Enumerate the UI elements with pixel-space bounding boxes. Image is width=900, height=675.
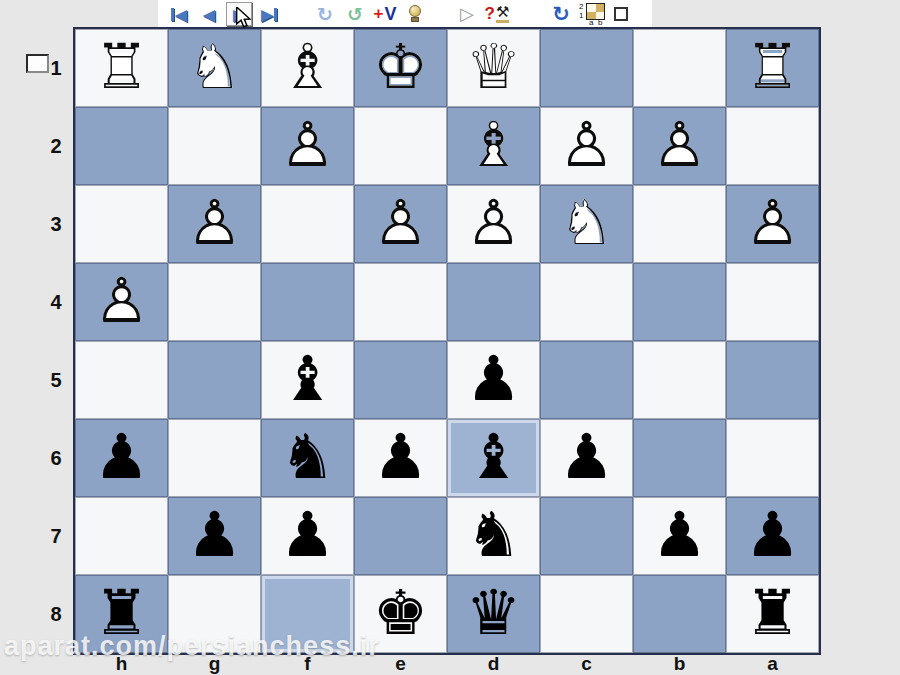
square-d2[interactable]: ♝♗ [447,107,540,185]
go-next-button[interactable]: ▶ [226,2,252,26]
piece-wK-e1: ♚ [354,29,447,107]
piece-outline-wR-h1: ♖ [75,29,168,107]
piece-wR-a1: ♜ [726,29,819,107]
square-b3[interactable] [633,185,726,263]
evaluate-button[interactable]: ? ⚒ [484,2,510,26]
lightbulb-icon [409,4,422,24]
piece-wR-h1: ♜ [75,29,168,107]
square-b8[interactable] [633,575,726,653]
square-h5[interactable] [75,341,168,419]
chess-app-window: ◀ ◀ ▶ ▶ ↻ ↺ +V [0,0,900,675]
piece-wP-g3: ♟ [168,185,261,263]
file-label-a: a [726,653,819,675]
piece-bR-a8: ♜ [726,575,819,653]
rotate-board-button[interactable]: ↻ [312,2,338,26]
bulb-base [411,17,419,22]
go-first-icon: ◀ [175,7,187,22]
add-variation-button[interactable]: +V [372,2,398,26]
piece-outline-wR-a1: ♖ [726,29,819,107]
piece-bP-a7: ♟ [726,497,819,575]
go-first-button[interactable]: ◀ [166,2,192,26]
piece-bB-d6: ♝ [447,419,540,497]
rank-labels: 12345678 [44,29,68,653]
play-icon: ▷ [460,5,474,23]
rank-label-3: 3 [44,185,68,263]
piece-outline-wN-c3: ♘ [540,185,633,263]
board-setup-button[interactable]: 2 1 a b [578,2,610,26]
nav-button-group: ◀ ◀ ▶ ▶ [166,2,282,26]
square-g4[interactable] [168,263,261,341]
piece-wP-f2: ♟ [261,107,354,185]
square-c3[interactable]: ♞♘ [540,185,633,263]
square-a1[interactable]: ♜♖ [726,29,819,107]
square-b7[interactable]: ♟ [633,497,726,575]
square-e7[interactable] [354,497,447,575]
go-previous-icon: ◀ [203,7,215,22]
piece-bP-c6: ♟ [540,419,633,497]
mini-rank-2: 2 [579,3,583,11]
piece-outline-wP-f2: ♙ [261,107,354,185]
analysis-button-group: ▷ ? ⚒ [454,2,510,26]
square-b1[interactable] [633,29,726,107]
toolbar: ◀ ◀ ▶ ▶ ↻ ↺ +V [158,0,652,28]
bulb-globe [409,5,421,17]
takeback-green-icon: ↺ [347,5,363,24]
square-g7[interactable]: ♟ [168,497,261,575]
square-c6[interactable]: ♟ [540,419,633,497]
square-e3[interactable]: ♟♙ [354,185,447,263]
refresh-icon: ↻ [552,4,570,25]
mini-file-b: b [598,19,602,27]
edit-button-group: ↻ ↺ +V [312,2,428,26]
square-c1[interactable] [540,29,633,107]
square-c8[interactable] [540,575,633,653]
watermark-text: aparat.com/persianchess.ir [4,631,380,662]
square-d3[interactable]: ♟♙ [447,185,540,263]
square-a5[interactable] [726,341,819,419]
square-h2[interactable] [75,107,168,185]
piece-outline-wB-f1: ♗ [261,29,354,107]
go-last-icon: ▶ [261,7,273,22]
square-g1[interactable]: ♞♘ [168,29,261,107]
square-f5[interactable]: ♝ [261,341,354,419]
piece-wB-f1: ♝ [261,29,354,107]
small-square-icon[interactable] [614,7,628,21]
rank-label-2: 2 [44,107,68,185]
piece-wP-b2: ♟ [633,107,726,185]
piece-outline-wP-e3: ♙ [354,185,447,263]
piece-wN-g1: ♞ [168,29,261,107]
board-frame: ♜♖♞♘♝♗♚♔♛♕♜♖♟♙♝♗♟♙♟♙♟♙♟♙♟♙♞♘♟♙♟♙♝♟♟♞♟♝♟♟… [73,27,821,655]
file-label-b: b [633,653,726,675]
piece-outline-wP-a3: ♙ [726,185,819,263]
rank-label-6: 6 [44,419,68,497]
square-e4[interactable] [354,263,447,341]
piece-outline-wB-d2: ♗ [447,107,540,185]
variation-v-icon: V [384,4,396,25]
takeback-button[interactable]: ↺ [342,2,368,26]
square-e5[interactable] [354,341,447,419]
play-button[interactable]: ▷ [454,2,480,26]
go-previous-button[interactable]: ◀ [196,2,222,26]
gavel-icon: ⚒ [496,5,509,23]
square-f3[interactable] [261,185,354,263]
piece-wB-d2: ♝ [447,107,540,185]
piece-outline-wP-d3: ♙ [447,185,540,263]
piece-wP-h4: ♟ [75,263,168,341]
square-e2[interactable] [354,107,447,185]
square-d5[interactable]: ♟ [447,341,540,419]
piece-wP-e3: ♟ [354,185,447,263]
square-d4[interactable] [447,263,540,341]
square-f2[interactable]: ♟♙ [261,107,354,185]
square-c5[interactable] [540,341,633,419]
chess-board: ♜♖♞♘♝♗♚♔♛♕♜♖♟♙♝♗♟♙♟♙♟♙♟♙♟♙♞♘♟♙♟♙♝♟♟♞♟♝♟♟… [75,29,819,653]
square-f4[interactable] [261,263,354,341]
square-d1[interactable]: ♛♕ [447,29,540,107]
square-a3[interactable]: ♟♙ [726,185,819,263]
square-f1[interactable]: ♝♗ [261,29,354,107]
square-a7[interactable]: ♟ [726,497,819,575]
square-b4[interactable] [633,263,726,341]
square-b6[interactable] [633,419,726,497]
piece-outline-wP-h4: ♙ [75,263,168,341]
square-h6[interactable]: ♟ [75,419,168,497]
square-d8[interactable]: ♛ [447,575,540,653]
square-g3[interactable]: ♟♙ [168,185,261,263]
mini-rank-1: 1 [579,12,583,20]
first-bar-icon [171,8,174,21]
piece-outline-wP-b2: ♙ [633,107,726,185]
square-g6[interactable] [168,419,261,497]
rotate-blue-icon: ↻ [317,5,333,24]
square-d6[interactable]: ♝ [447,419,540,497]
file-label-c: c [540,653,633,675]
board-setup-icon: 2 1 a b [579,2,609,26]
square-c4[interactable] [540,263,633,341]
view-button-group: ↻ 2 1 a b [548,2,628,26]
refresh-button[interactable]: ↻ [548,2,574,26]
square-d7[interactable]: ♞ [447,497,540,575]
piece-outline-wP-g3: ♙ [168,185,261,263]
rank-label-7: 7 [44,497,68,575]
piece-outline-wQ-d1: ♕ [447,29,540,107]
piece-bP-f7: ♟ [261,497,354,575]
piece-outline-wP-c2: ♙ [540,107,633,185]
piece-bP-e6: ♟ [354,419,447,497]
piece-bP-g7: ♟ [168,497,261,575]
piece-wN-c3: ♞ [540,185,633,263]
piece-wQ-d1: ♛ [447,29,540,107]
piece-bN-d7: ♞ [447,497,540,575]
piece-bB-f5: ♝ [261,341,354,419]
question-icon: ? [485,4,495,24]
piece-bP-b7: ♟ [633,497,726,575]
piece-bN-f6: ♞ [261,419,354,497]
square-a6[interactable] [726,419,819,497]
square-b2[interactable]: ♟♙ [633,107,726,185]
piece-wP-d3: ♟ [447,185,540,263]
square-g5[interactable] [168,341,261,419]
piece-bP-d5: ♟ [447,341,540,419]
square-g2[interactable] [168,107,261,185]
piece-outline-wN-g1: ♘ [168,29,261,107]
square-a4[interactable] [726,263,819,341]
go-last-button[interactable]: ▶ [256,2,282,26]
hint-button[interactable] [402,2,428,26]
file-label-d: d [447,653,540,675]
piece-outline-wK-e1: ♔ [354,29,447,107]
piece-bQ-d8: ♛ [447,575,540,653]
square-h7[interactable] [75,497,168,575]
last-bar-icon [274,8,277,21]
square-a2[interactable] [726,107,819,185]
plus-icon: + [374,4,384,24]
square-h3[interactable] [75,185,168,263]
square-a8[interactable]: ♜ [726,575,819,653]
square-h4[interactable]: ♟♙ [75,263,168,341]
piece-bP-h6: ♟ [75,419,168,497]
square-c7[interactable] [540,497,633,575]
mouse-cursor-icon [235,7,253,29]
square-b5[interactable] [633,341,726,419]
piece-wP-a3: ♟ [726,185,819,263]
mini-file-a: a [589,19,593,27]
square-h1[interactable]: ♜♖ [75,29,168,107]
piece-wP-c2: ♟ [540,107,633,185]
rank-label-4: 4 [44,263,68,341]
rank-label-1: 1 [44,29,68,107]
square-e1[interactable]: ♚♔ [354,29,447,107]
square-e6[interactable]: ♟ [354,419,447,497]
square-c2[interactable]: ♟♙ [540,107,633,185]
square-f6[interactable]: ♞ [261,419,354,497]
rank-label-5: 5 [44,341,68,419]
square-f7[interactable]: ♟ [261,497,354,575]
